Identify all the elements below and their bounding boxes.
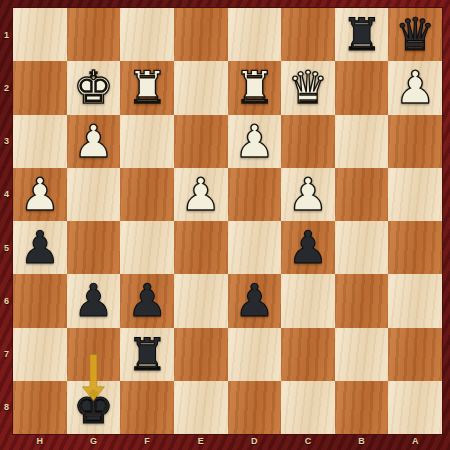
square-f5[interactable] xyxy=(120,221,174,274)
square-c2[interactable]: ♛ xyxy=(281,61,335,114)
square-b3[interactable] xyxy=(335,115,389,168)
square-a2[interactable]: ♟ xyxy=(388,61,442,114)
square-d8[interactable] xyxy=(228,381,282,434)
square-c3[interactable] xyxy=(281,115,335,168)
square-f2[interactable]: ♜ xyxy=(120,61,174,114)
piece-black-pawn[interactable]: ♟ xyxy=(20,225,60,270)
file-label-a: A xyxy=(388,434,442,448)
square-a7[interactable] xyxy=(388,328,442,381)
square-b8[interactable] xyxy=(335,381,389,434)
square-f3[interactable] xyxy=(120,115,174,168)
square-b5[interactable] xyxy=(335,221,389,274)
square-c1[interactable] xyxy=(281,8,335,61)
square-d5[interactable] xyxy=(228,221,282,274)
rank-label-8: 8 xyxy=(0,381,13,434)
square-d4[interactable] xyxy=(228,168,282,221)
file-label-b: B xyxy=(335,434,389,448)
piece-black-queen[interactable]: ♛ xyxy=(395,12,435,57)
square-a6[interactable] xyxy=(388,274,442,327)
chess-board-frame: ♜♛♚♜♜♛♟♟♟♟♟♟♟♟♟♟♟♜♚ 12345678HGFEDCBA xyxy=(0,0,450,450)
piece-white-rook[interactable]: ♜ xyxy=(127,65,167,110)
piece-black-king[interactable]: ♚ xyxy=(73,385,113,430)
piece-black-rook[interactable]: ♜ xyxy=(341,12,381,57)
square-c5[interactable]: ♟ xyxy=(281,221,335,274)
square-e8[interactable] xyxy=(174,381,228,434)
square-e5[interactable] xyxy=(174,221,228,274)
piece-white-pawn[interactable]: ♟ xyxy=(181,172,221,217)
file-label-g: G xyxy=(67,434,121,448)
square-a5[interactable] xyxy=(388,221,442,274)
piece-white-queen[interactable]: ♛ xyxy=(288,65,328,110)
square-a8[interactable] xyxy=(388,381,442,434)
square-g2[interactable]: ♚ xyxy=(67,61,121,114)
square-h1[interactable] xyxy=(13,8,67,61)
rank-label-5: 5 xyxy=(0,221,13,274)
square-b4[interactable] xyxy=(335,168,389,221)
piece-white-pawn[interactable]: ♟ xyxy=(234,119,274,164)
square-e7[interactable] xyxy=(174,328,228,381)
square-b7[interactable] xyxy=(335,328,389,381)
rank-label-6: 6 xyxy=(0,274,13,327)
square-f1[interactable] xyxy=(120,8,174,61)
square-d6[interactable]: ♟ xyxy=(228,274,282,327)
square-b6[interactable] xyxy=(335,274,389,327)
square-a3[interactable] xyxy=(388,115,442,168)
piece-white-pawn[interactable]: ♟ xyxy=(20,172,60,217)
square-d2[interactable]: ♜ xyxy=(228,61,282,114)
square-f8[interactable] xyxy=(120,381,174,434)
square-h5[interactable]: ♟ xyxy=(13,221,67,274)
square-d3[interactable]: ♟ xyxy=(228,115,282,168)
piece-white-pawn[interactable]: ♟ xyxy=(395,65,435,110)
piece-white-pawn[interactable]: ♟ xyxy=(288,172,328,217)
piece-black-pawn[interactable]: ♟ xyxy=(73,278,113,323)
rank-label-4: 4 xyxy=(0,168,13,221)
square-e6[interactable] xyxy=(174,274,228,327)
square-b2[interactable] xyxy=(335,61,389,114)
square-g6[interactable]: ♟ xyxy=(67,274,121,327)
square-f6[interactable]: ♟ xyxy=(120,274,174,327)
square-b1[interactable]: ♜ xyxy=(335,8,389,61)
square-f7[interactable]: ♜ xyxy=(120,328,174,381)
square-g7[interactable] xyxy=(67,328,121,381)
file-label-d: D xyxy=(228,434,282,448)
piece-black-pawn[interactable]: ♟ xyxy=(127,278,167,323)
piece-black-rook[interactable]: ♜ xyxy=(127,332,167,377)
square-c8[interactable] xyxy=(281,381,335,434)
square-g4[interactable] xyxy=(67,168,121,221)
chess-board: ♜♛♚♜♜♛♟♟♟♟♟♟♟♟♟♟♟♜♚ xyxy=(13,8,442,434)
square-g1[interactable] xyxy=(67,8,121,61)
square-h8[interactable] xyxy=(13,381,67,434)
piece-black-pawn[interactable]: ♟ xyxy=(288,225,328,270)
square-h7[interactable] xyxy=(13,328,67,381)
piece-white-pawn[interactable]: ♟ xyxy=(73,119,113,164)
file-label-c: C xyxy=(281,434,335,448)
rank-label-2: 2 xyxy=(0,61,13,114)
square-f4[interactable] xyxy=(120,168,174,221)
piece-black-pawn[interactable]: ♟ xyxy=(234,278,274,323)
square-g5[interactable] xyxy=(67,221,121,274)
rank-label-1: 1 xyxy=(0,8,13,61)
square-h4[interactable]: ♟ xyxy=(13,168,67,221)
file-label-f: F xyxy=(120,434,174,448)
square-c7[interactable] xyxy=(281,328,335,381)
square-c4[interactable]: ♟ xyxy=(281,168,335,221)
square-e2[interactable] xyxy=(174,61,228,114)
rank-label-7: 7 xyxy=(0,328,13,381)
square-d7[interactable] xyxy=(228,328,282,381)
square-g3[interactable]: ♟ xyxy=(67,115,121,168)
square-c6[interactable] xyxy=(281,274,335,327)
rank-label-3: 3 xyxy=(0,115,13,168)
file-label-h: H xyxy=(13,434,67,448)
square-e3[interactable] xyxy=(174,115,228,168)
square-a4[interactable] xyxy=(388,168,442,221)
piece-white-rook[interactable]: ♜ xyxy=(234,65,274,110)
square-d1[interactable] xyxy=(228,8,282,61)
square-a1[interactable]: ♛ xyxy=(388,8,442,61)
square-e4[interactable]: ♟ xyxy=(174,168,228,221)
square-h6[interactable] xyxy=(13,274,67,327)
square-h2[interactable] xyxy=(13,61,67,114)
piece-white-king[interactable]: ♚ xyxy=(73,65,113,110)
square-g8[interactable]: ♚ xyxy=(67,381,121,434)
square-e1[interactable] xyxy=(174,8,228,61)
square-h3[interactable] xyxy=(13,115,67,168)
file-label-e: E xyxy=(174,434,228,448)
